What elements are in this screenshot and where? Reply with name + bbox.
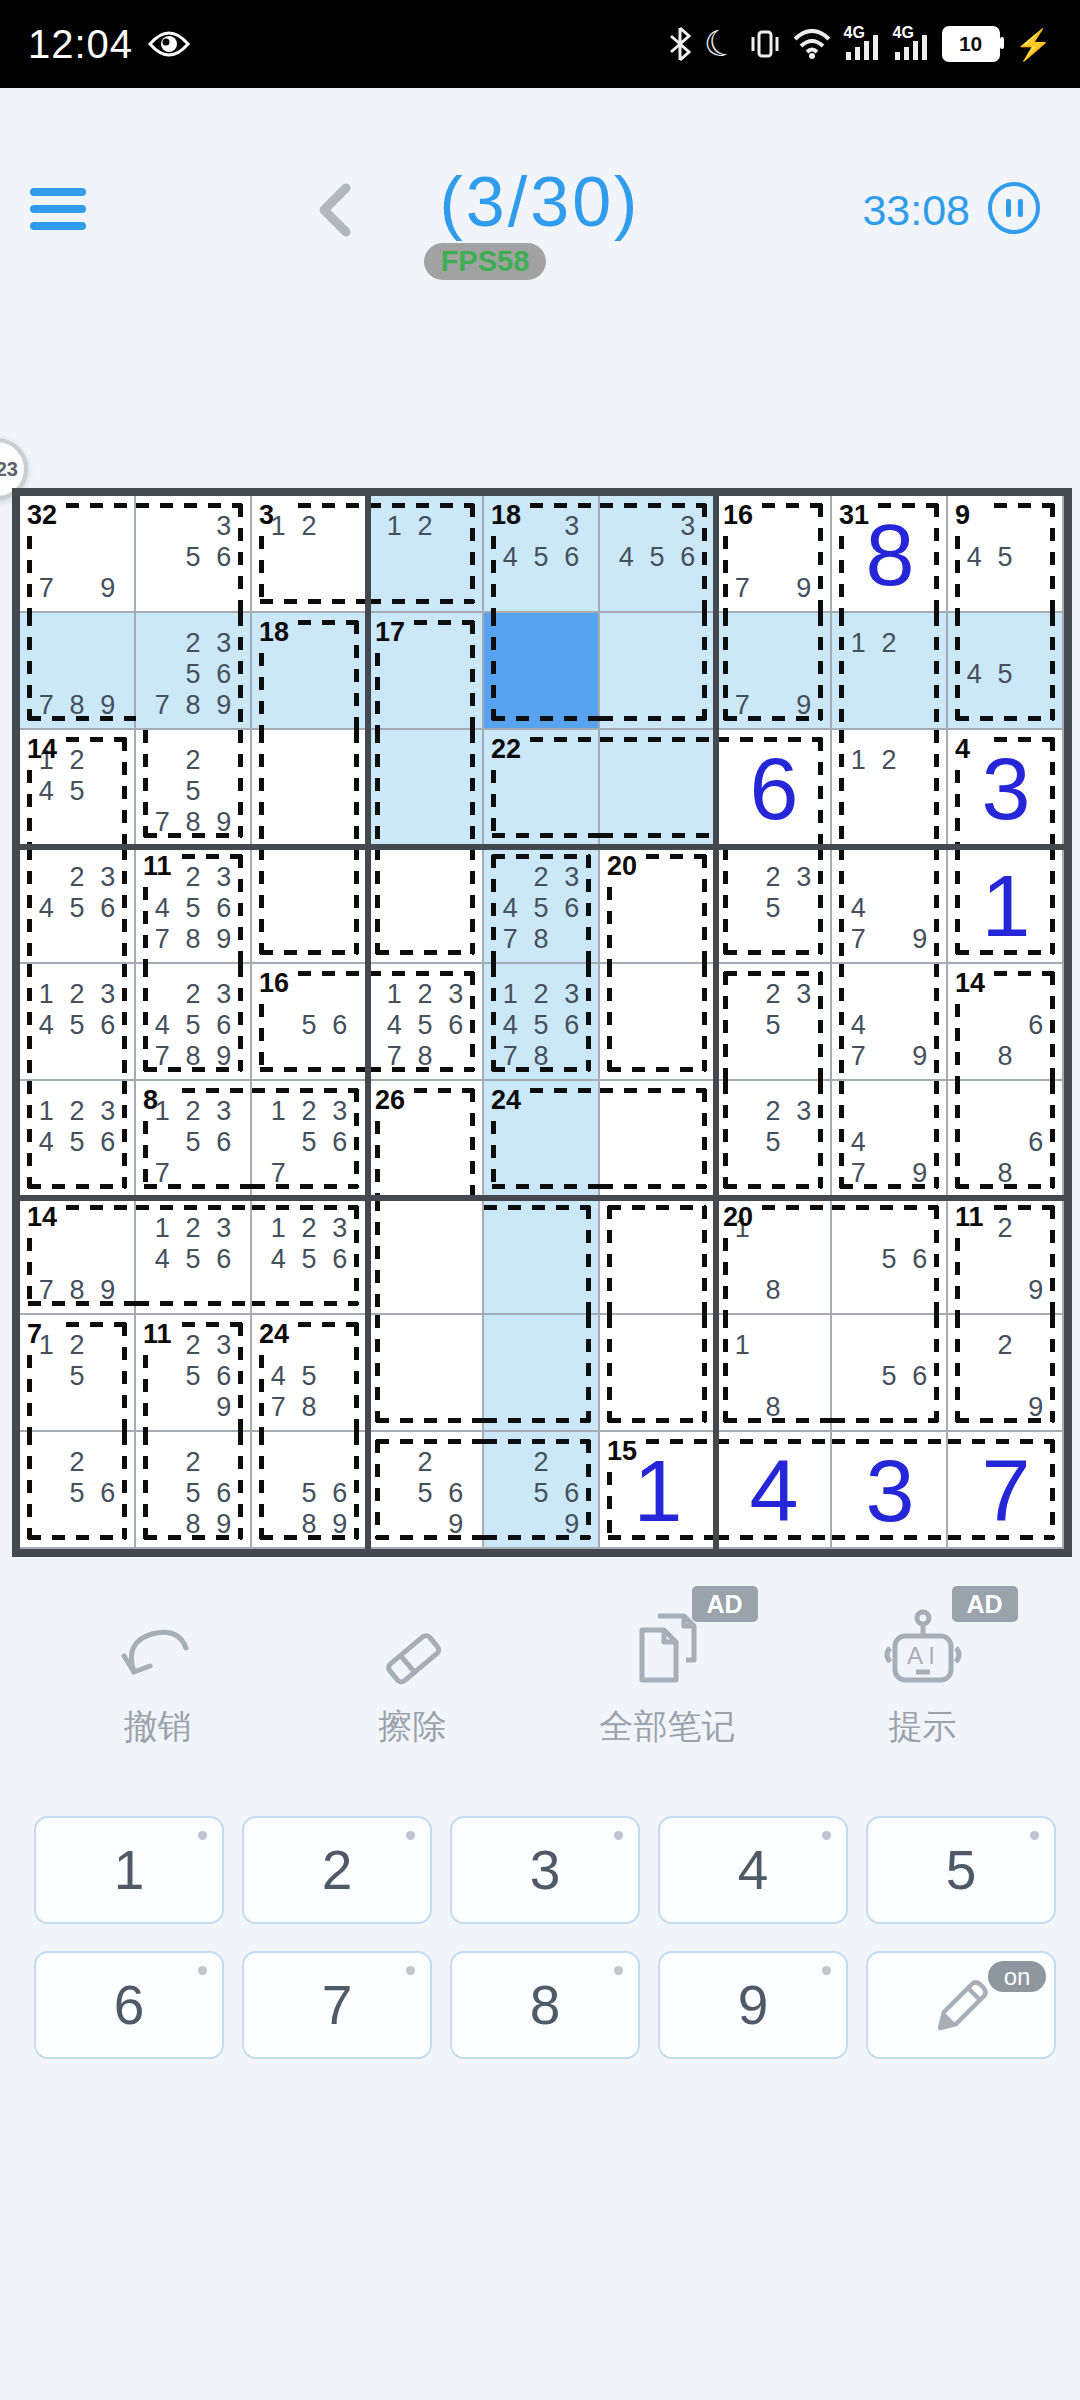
key-2[interactable]: 2 bbox=[242, 1816, 432, 1924]
cell-r7c5[interactable] bbox=[484, 1198, 600, 1315]
cell-r9c8[interactable]: 3 bbox=[832, 1432, 948, 1549]
count-dot bbox=[822, 1831, 831, 1840]
pencil-marks: 123456 bbox=[147, 1213, 239, 1306]
filled-digit: 3 bbox=[832, 1432, 948, 1549]
pencil-marks: 12345678 bbox=[495, 979, 587, 1072]
cell-r2c3[interactable]: 18 bbox=[252, 613, 368, 730]
filled-digit: 7 bbox=[948, 1432, 1064, 1549]
cage-sum-label: 16 bbox=[723, 500, 753, 531]
cage-sum-label: 31 bbox=[839, 500, 869, 531]
cell-r8c1[interactable]: 7125 bbox=[20, 1315, 136, 1432]
cage-sum-label: 32 bbox=[27, 500, 57, 531]
pencil-marks: 23456 bbox=[31, 862, 123, 955]
cage-sum-label: 20 bbox=[723, 1202, 753, 1233]
pencil-marks: 12 bbox=[379, 511, 471, 604]
pencil-marks: 123456 bbox=[31, 979, 123, 1072]
cell-r6c3[interactable]: 123567 bbox=[252, 1081, 368, 1198]
cell-r7c2[interactable]: 123456 bbox=[136, 1198, 252, 1315]
key-8[interactable]: 8 bbox=[450, 1951, 640, 2059]
cell-r4c1[interactable]: 23456 bbox=[20, 847, 136, 964]
cage-sum-label: 11 bbox=[143, 1319, 172, 1350]
cell-r5c1[interactable]: 123456 bbox=[20, 964, 136, 1081]
cell-r1c8[interactable]: 318 bbox=[832, 496, 948, 613]
cell-r1c1[interactable]: 3279 bbox=[20, 496, 136, 613]
count-dot bbox=[198, 1966, 207, 1975]
cell-r4c6[interactable]: 20 bbox=[600, 847, 716, 964]
moon-icon: ☾ bbox=[699, 19, 743, 69]
pause-button[interactable] bbox=[988, 182, 1040, 234]
pencil-marks: 2569 bbox=[379, 1447, 471, 1540]
cell-r9c2[interactable]: 25689 bbox=[136, 1432, 252, 1549]
key-7[interactable]: 7 bbox=[242, 1951, 432, 2059]
cell-r9c9[interactable]: 7 bbox=[948, 1432, 1064, 1549]
cell-r1c7[interactable]: 1679 bbox=[716, 496, 832, 613]
wifi-icon bbox=[793, 29, 831, 59]
cell-r6c7[interactable]: 235 bbox=[716, 1081, 832, 1198]
fps-badge: FPS58 bbox=[424, 243, 546, 280]
cage-sum-label: 14 bbox=[27, 734, 57, 765]
cell-r7c8[interactable]: 56 bbox=[832, 1198, 948, 1315]
pencil-marks: 356 bbox=[147, 511, 239, 604]
battery-icon: 10 bbox=[942, 26, 1000, 62]
pencil-marks: 23456789 bbox=[147, 979, 239, 1072]
bluetooth-icon bbox=[669, 27, 691, 61]
cell-r3c1[interactable]: 141245 bbox=[20, 730, 136, 847]
pencil-marks: 2569 bbox=[495, 1447, 587, 1540]
pencil-marks: 25689 bbox=[147, 1447, 239, 1540]
ai-hint-icon: A IAD bbox=[878, 1598, 968, 1690]
signal-4g-icon: 4G bbox=[844, 26, 880, 62]
cell-r3c3[interactable] bbox=[252, 730, 368, 847]
cell-r7c1[interactable]: 14789 bbox=[20, 1198, 136, 1315]
undo-icon bbox=[120, 1598, 196, 1690]
cell-r5c5[interactable]: 12345678 bbox=[484, 964, 600, 1081]
pencil-marks: 2356789 bbox=[147, 628, 239, 721]
cell-r2c9[interactable]: 45 bbox=[948, 613, 1064, 730]
cell-r8c8[interactable]: 56 bbox=[832, 1315, 948, 1432]
cell-r3c6[interactable] bbox=[600, 730, 716, 847]
pencil-marks: 479 bbox=[843, 862, 935, 955]
cage-sum-label: 24 bbox=[491, 1085, 521, 1116]
cell-r5c7[interactable]: 235 bbox=[716, 964, 832, 1081]
pencil-marks: 18 bbox=[727, 1330, 819, 1423]
ad-badge: AD bbox=[692, 1586, 758, 1622]
cell-r9c5[interactable]: 2569 bbox=[484, 1432, 600, 1549]
tool-label: 擦除 bbox=[379, 1704, 447, 1750]
cell-r7c3[interactable]: 123456 bbox=[252, 1198, 368, 1315]
toolbar: 撤销擦除AD全部笔记A IAD提示 bbox=[30, 1598, 1050, 1750]
pencil-marks: 12 bbox=[843, 628, 935, 721]
tool-label: 撤销 bbox=[124, 1704, 192, 1750]
cage-sum-label: 9 bbox=[955, 500, 970, 531]
pencil-on-badge: on bbox=[988, 1961, 1046, 1992]
cell-r3c2[interactable]: 25789 bbox=[136, 730, 252, 847]
cage-sum-label: 18 bbox=[259, 617, 289, 648]
pencil-marks: 123567 bbox=[263, 1096, 355, 1189]
count-dot bbox=[614, 1831, 623, 1840]
cell-r7c9[interactable]: 1129 bbox=[948, 1198, 1064, 1315]
cell-r8c5[interactable] bbox=[484, 1315, 600, 1432]
pencil-marks: 12 bbox=[263, 511, 355, 604]
cage-sum-label: 26 bbox=[375, 1085, 405, 1116]
filled-digit: 6 bbox=[716, 730, 832, 847]
filled-digit: 1 bbox=[948, 847, 1064, 964]
pencil-marks: 125 bbox=[31, 1330, 123, 1423]
cell-r4c3[interactable] bbox=[252, 847, 368, 964]
cell-r4c9[interactable]: 1 bbox=[948, 847, 1064, 964]
filled-digit: 4 bbox=[716, 1432, 832, 1549]
count-dot bbox=[406, 1966, 415, 1975]
cell-r9c3[interactable]: 5689 bbox=[252, 1432, 368, 1549]
cell-r1c6[interactable]: 3456 bbox=[600, 496, 716, 613]
cell-r3c7[interactable]: 6 bbox=[716, 730, 832, 847]
cell-r2c5[interactable] bbox=[484, 613, 600, 730]
signal-4g-icon: 4G bbox=[893, 26, 929, 62]
eye-icon bbox=[147, 29, 191, 59]
cell-r3c5[interactable]: 22 bbox=[484, 730, 600, 847]
cell-r5c9[interactable]: 1468 bbox=[948, 964, 1064, 1081]
cage-sum-label: 15 bbox=[607, 1436, 637, 1467]
cell-r6c8[interactable]: 479 bbox=[832, 1081, 948, 1198]
pencil-marks: 479 bbox=[843, 1096, 935, 1189]
pencil-marks: 235 bbox=[727, 862, 819, 955]
pencil-marks: 29 bbox=[959, 1330, 1051, 1423]
cell-r9c4[interactable]: 2569 bbox=[368, 1432, 484, 1549]
cage-sum-label: 20 bbox=[607, 851, 637, 882]
cell-r7c4[interactable] bbox=[368, 1198, 484, 1315]
cell-r2c2[interactable]: 2356789 bbox=[136, 613, 252, 730]
pencil-marks: 12345678 bbox=[379, 979, 471, 1072]
cell-r9c1[interactable]: 256 bbox=[20, 1432, 136, 1549]
cell-r6c6[interactable] bbox=[600, 1081, 716, 1198]
pencil-marks: 2345678 bbox=[495, 862, 587, 955]
cage-sum-label: 17 bbox=[375, 617, 405, 648]
cell-r2c4[interactable]: 17 bbox=[368, 613, 484, 730]
pencil-marks: 45 bbox=[959, 628, 1051, 721]
svg-text:A I: A I bbox=[907, 1642, 935, 1669]
cell-r5c8[interactable]: 479 bbox=[832, 964, 948, 1081]
pencil-marks: 479 bbox=[843, 979, 935, 1072]
cell-r1c5[interactable]: 183456 bbox=[484, 496, 600, 613]
cage-sum-label: 22 bbox=[491, 734, 521, 765]
cell-r7c7[interactable]: 2018 bbox=[716, 1198, 832, 1315]
pencil-marks: 123456 bbox=[31, 1096, 123, 1189]
count-dot bbox=[614, 1966, 623, 1975]
cell-r1c9[interactable]: 945 bbox=[948, 496, 1064, 613]
cell-r5c3[interactable]: 1656 bbox=[252, 964, 368, 1081]
cell-r6c4[interactable]: 26 bbox=[368, 1081, 484, 1198]
cage-sum-label: 24 bbox=[259, 1319, 289, 1350]
key-1[interactable]: 1 bbox=[34, 1816, 224, 1924]
cell-r8c6[interactable] bbox=[600, 1315, 716, 1432]
cage-sum-label: 7 bbox=[27, 1319, 42, 1350]
key-4[interactable]: 4 bbox=[658, 1816, 848, 1924]
key-9[interactable]: 9 bbox=[658, 1951, 848, 2059]
cell-r5c4[interactable]: 12345678 bbox=[368, 964, 484, 1081]
cell-r2c1[interactable]: 789 bbox=[20, 613, 136, 730]
cell-r1c3[interactable]: 312 bbox=[252, 496, 368, 613]
cell-r6c9[interactable]: 68 bbox=[948, 1081, 1064, 1198]
pencil-marks: 256 bbox=[31, 1447, 123, 1540]
cage-sum-label: 8 bbox=[143, 1085, 158, 1116]
count-dot bbox=[1030, 1831, 1039, 1840]
cage-sum-label: 16 bbox=[259, 968, 289, 999]
tool-label: 全部笔记 bbox=[600, 1704, 736, 1750]
cell-r1c2[interactable]: 356 bbox=[136, 496, 252, 613]
count-dot bbox=[198, 1831, 207, 1840]
pencil-marks: 235 bbox=[727, 1096, 819, 1189]
cell-r3c4[interactable] bbox=[368, 730, 484, 847]
cage-sum-label: 14 bbox=[27, 1202, 57, 1233]
count-dot bbox=[406, 1831, 415, 1840]
key-6[interactable]: 6 bbox=[34, 1951, 224, 2059]
pencil-icon bbox=[926, 1968, 996, 2042]
key-3[interactable]: 3 bbox=[450, 1816, 640, 1924]
pencil-marks: 3456 bbox=[611, 511, 703, 604]
pencil-marks: 123456 bbox=[263, 1213, 355, 1306]
cell-r9c6[interactable]: 151 bbox=[600, 1432, 716, 1549]
tool-undo[interactable]: 撤销 bbox=[58, 1598, 258, 1750]
tool-notes[interactable]: AD全部笔记 bbox=[568, 1598, 768, 1750]
cell-r7c6[interactable] bbox=[600, 1198, 716, 1315]
cell-r6c5[interactable]: 24 bbox=[484, 1081, 600, 1198]
cage-sum-label: 4 bbox=[955, 734, 970, 765]
cell-r3c8[interactable]: 12 bbox=[832, 730, 948, 847]
cell-r2c6[interactable] bbox=[600, 613, 716, 730]
cell-r9c7[interactable]: 4 bbox=[716, 1432, 832, 1549]
vibrate-icon bbox=[750, 27, 780, 61]
pencil-marks: 25789 bbox=[147, 745, 239, 838]
cell-r8c2[interactable]: 1123569 bbox=[136, 1315, 252, 1432]
cage-sum-label: 11 bbox=[143, 851, 172, 882]
charging-bolt-icon: ⚡ bbox=[1015, 27, 1052, 62]
cage-sum-label: 18 bbox=[491, 500, 521, 531]
cell-r4c4[interactable] bbox=[368, 847, 484, 964]
pencil-marks: 45 bbox=[959, 511, 1051, 604]
pencil-marks: 79 bbox=[727, 628, 819, 721]
cell-r8c9[interactable]: 29 bbox=[948, 1315, 1064, 1432]
cage-sum-label: 3 bbox=[259, 500, 274, 531]
pencil-toggle-key[interactable]: on bbox=[866, 1951, 1056, 2059]
clock: 12:04 bbox=[28, 22, 133, 67]
cell-r6c2[interactable]: 8123567 bbox=[136, 1081, 252, 1198]
pencil-marks: 68 bbox=[959, 1096, 1051, 1189]
cell-r4c2[interactable]: 1123456789 bbox=[136, 847, 252, 964]
cell-r4c7[interactable]: 235 bbox=[716, 847, 832, 964]
pencil-marks: 56 bbox=[843, 1213, 935, 1306]
cell-r4c8[interactable]: 479 bbox=[832, 847, 948, 964]
tool-ai-hint[interactable]: A IAD提示 bbox=[823, 1598, 1023, 1750]
pencil-marks: 235 bbox=[727, 979, 819, 1072]
game-timer: 33:08 bbox=[845, 186, 970, 235]
pencil-marks: 56 bbox=[843, 1330, 935, 1423]
cage-sum-label: 14 bbox=[955, 968, 985, 999]
cell-r8c4[interactable] bbox=[368, 1315, 484, 1432]
pencil-marks: 123567 bbox=[147, 1096, 239, 1189]
key-5[interactable]: 5 bbox=[866, 1816, 1056, 1924]
cell-r3c9[interactable]: 43 bbox=[948, 730, 1064, 847]
tool-label: 提示 bbox=[889, 1704, 957, 1750]
status-bar: 12:04 ☾ 4G 4G 10 ⚡ bbox=[0, 0, 1080, 88]
cell-r2c7[interactable]: 79 bbox=[716, 613, 832, 730]
eraser-icon bbox=[373, 1598, 453, 1690]
cell-r4c5[interactable]: 2345678 bbox=[484, 847, 600, 964]
pencil-marks: 5689 bbox=[263, 1447, 355, 1540]
cell-r5c2[interactable]: 23456789 bbox=[136, 964, 252, 1081]
pencil-marks: 789 bbox=[31, 628, 123, 721]
ad-badge: AD bbox=[952, 1586, 1018, 1622]
notes-icon: AD bbox=[628, 1598, 708, 1690]
cell-r6c1[interactable]: 123456 bbox=[20, 1081, 136, 1198]
cage-sum-label: 11 bbox=[955, 1202, 984, 1233]
cell-r8c7[interactable]: 18 bbox=[716, 1315, 832, 1432]
pencil-marks: 12 bbox=[843, 745, 935, 838]
cell-r1c4[interactable]: 12 bbox=[368, 496, 484, 613]
killer-sudoku-board: 3279356312121834563456167931894578923567… bbox=[12, 488, 1072, 1557]
cell-r5c6[interactable] bbox=[600, 964, 716, 1081]
count-dot bbox=[822, 1966, 831, 1975]
cell-r8c3[interactable]: 244578 bbox=[252, 1315, 368, 1432]
tool-eraser[interactable]: 擦除 bbox=[313, 1598, 513, 1750]
cell-r2c8[interactable]: 12 bbox=[832, 613, 948, 730]
